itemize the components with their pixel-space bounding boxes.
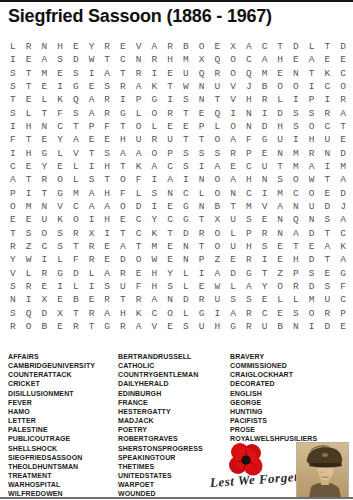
grid-cell[interactable]: E xyxy=(320,53,336,66)
grid-cell[interactable]: E xyxy=(131,266,147,279)
grid-cell[interactable]: P xyxy=(304,93,320,106)
grid-cell[interactable]: O xyxy=(209,187,225,200)
grid-cell[interactable]: V xyxy=(257,200,273,213)
grid-cell[interactable]: O xyxy=(225,120,241,133)
grid-cell[interactable]: I xyxy=(320,93,336,106)
grid-cell[interactable]: I xyxy=(194,160,210,173)
grid-cell[interactable]: L xyxy=(288,293,304,306)
grid-cell[interactable]: I xyxy=(288,133,304,146)
grid-cell[interactable]: R xyxy=(5,320,21,333)
grid-cell[interactable]: I xyxy=(84,213,100,226)
grid-cell[interactable]: I xyxy=(147,200,163,213)
grid-cell[interactable]: L xyxy=(36,93,52,106)
grid-cell[interactable]: D xyxy=(288,40,304,53)
grid-cell[interactable]: A xyxy=(225,306,241,319)
grid-cell[interactable]: E xyxy=(162,200,178,213)
grid-cell[interactable]: N xyxy=(241,107,257,120)
grid-cell[interactable]: D xyxy=(272,107,288,120)
grid-cell[interactable]: G xyxy=(68,80,84,93)
grid-cell[interactable]: P xyxy=(162,147,178,160)
grid-cell[interactable]: K xyxy=(52,213,68,226)
grid-cell[interactable]: C xyxy=(131,226,147,239)
grid-cell[interactable]: V xyxy=(5,266,21,279)
grid-cell[interactable]: I xyxy=(5,147,21,160)
grid-cell[interactable]: K xyxy=(147,80,163,93)
grid-cell[interactable]: O xyxy=(115,200,131,213)
grid-cell[interactable]: T xyxy=(84,320,100,333)
grid-cell[interactable]: O xyxy=(52,173,68,186)
grid-cell[interactable]: T xyxy=(68,306,84,319)
grid-cell[interactable]: E xyxy=(84,293,100,306)
grid-cell[interactable]: F xyxy=(115,187,131,200)
grid-cell[interactable]: M xyxy=(288,147,304,160)
grid-cell[interactable]: I xyxy=(304,80,320,93)
grid-cell[interactable]: A xyxy=(147,40,163,53)
grid-cell[interactable]: I xyxy=(5,120,21,133)
grid-cell[interactable]: A xyxy=(115,240,131,253)
grid-cell[interactable]: R xyxy=(194,226,210,239)
grid-cell[interactable]: C xyxy=(178,187,194,200)
grid-cell[interactable]: A xyxy=(335,213,351,226)
grid-cell[interactable]: H xyxy=(147,266,163,279)
grid-cell[interactable]: A xyxy=(162,173,178,186)
grid-cell[interactable]: M xyxy=(272,187,288,200)
grid-cell[interactable]: R xyxy=(162,40,178,53)
grid-cell[interactable]: P xyxy=(194,253,210,266)
grid-cell[interactable]: E xyxy=(178,120,194,133)
grid-cell[interactable]: I xyxy=(21,187,37,200)
grid-cell[interactable]: H xyxy=(162,53,178,66)
grid-cell[interactable]: S xyxy=(99,280,115,293)
grid-cell[interactable]: G xyxy=(178,213,194,226)
grid-cell[interactable]: G xyxy=(257,133,273,146)
grid-cell[interactable]: S xyxy=(304,107,320,120)
grid-cell[interactable]: S xyxy=(241,213,257,226)
grid-cell[interactable]: S xyxy=(52,226,68,239)
grid-cell[interactable]: P xyxy=(194,120,210,133)
grid-cell[interactable]: C xyxy=(5,160,21,173)
grid-cell[interactable]: A xyxy=(147,160,163,173)
grid-cell[interactable]: S xyxy=(5,107,21,120)
grid-cell[interactable]: R xyxy=(288,280,304,293)
grid-cell[interactable]: S xyxy=(288,306,304,319)
grid-cell[interactable]: H xyxy=(209,320,225,333)
grid-cell[interactable]: X xyxy=(84,226,100,239)
grid-cell[interactable]: L xyxy=(52,147,68,160)
grid-cell[interactable]: O xyxy=(162,306,178,319)
grid-cell[interactable]: A xyxy=(288,226,304,239)
grid-cell[interactable]: W xyxy=(209,280,225,293)
grid-cell[interactable]: Z xyxy=(209,253,225,266)
grid-cell[interactable]: T xyxy=(115,160,131,173)
grid-cell[interactable]: K xyxy=(131,306,147,319)
grid-cell[interactable]: T xyxy=(288,240,304,253)
grid-cell[interactable]: D xyxy=(178,293,194,306)
grid-cell[interactable]: O xyxy=(225,67,241,80)
grid-cell[interactable]: O xyxy=(209,226,225,239)
grid-cell[interactable]: R xyxy=(147,133,163,146)
grid-cell[interactable]: N xyxy=(5,293,21,306)
grid-cell[interactable]: L xyxy=(21,107,37,120)
grid-cell[interactable]: C xyxy=(335,226,351,239)
grid-cell[interactable]: H xyxy=(272,53,288,66)
grid-cell[interactable]: S xyxy=(178,160,194,173)
grid-cell[interactable]: A xyxy=(335,253,351,266)
grid-cell[interactable]: L xyxy=(272,293,288,306)
grid-cell[interactable]: M xyxy=(241,200,257,213)
grid-cell[interactable]: T xyxy=(5,226,21,239)
grid-cell[interactable]: O xyxy=(209,133,225,146)
grid-cell[interactable]: Y xyxy=(36,160,52,173)
grid-cell[interactable]: L xyxy=(147,120,163,133)
grid-cell[interactable]: O xyxy=(5,200,21,213)
grid-cell[interactable]: T xyxy=(225,200,241,213)
grid-cell[interactable]: E xyxy=(320,266,336,279)
grid-cell[interactable]: S xyxy=(178,147,194,160)
grid-cell[interactable]: A xyxy=(36,53,52,66)
grid-cell[interactable]: A xyxy=(209,266,225,279)
grid-cell[interactable]: T xyxy=(162,80,178,93)
grid-cell[interactable]: A xyxy=(131,80,147,93)
grid-cell[interactable]: D xyxy=(257,120,273,133)
grid-cell[interactable]: E xyxy=(115,40,131,53)
grid-cell[interactable]: K xyxy=(131,160,147,173)
grid-cell[interactable]: T xyxy=(131,240,147,253)
grid-cell[interactable]: E xyxy=(99,133,115,146)
grid-cell[interactable]: R xyxy=(21,280,37,293)
grid-cell[interactable]: D xyxy=(131,200,147,213)
grid-cell[interactable]: E xyxy=(257,293,273,306)
grid-cell[interactable]: A xyxy=(84,200,100,213)
grid-cell[interactable]: W xyxy=(84,53,100,66)
grid-cell[interactable]: C xyxy=(36,240,52,253)
grid-cell[interactable]: E xyxy=(257,147,273,160)
grid-cell[interactable]: S xyxy=(162,280,178,293)
grid-cell[interactable]: U xyxy=(304,200,320,213)
grid-cell[interactable]: I xyxy=(147,67,163,80)
grid-cell[interactable]: E xyxy=(162,320,178,333)
grid-cell[interactable]: R xyxy=(241,320,257,333)
grid-cell[interactable]: S xyxy=(194,147,210,160)
grid-cell[interactable]: A xyxy=(99,306,115,319)
grid-cell[interactable]: E xyxy=(99,253,115,266)
grid-cell[interactable]: R xyxy=(115,320,131,333)
grid-cell[interactable]: E xyxy=(320,187,336,200)
grid-cell[interactable]: A xyxy=(5,173,21,186)
grid-cell[interactable]: R xyxy=(147,53,163,66)
grid-cell[interactable]: S xyxy=(5,80,21,93)
grid-cell[interactable]: E xyxy=(272,240,288,253)
grid-cell[interactable]: S xyxy=(241,293,257,306)
grid-cell[interactable]: C xyxy=(131,213,147,226)
grid-cell[interactable]: A xyxy=(257,53,273,66)
grid-cell[interactable]: E xyxy=(335,133,351,146)
grid-cell[interactable]: T xyxy=(36,187,52,200)
grid-cell[interactable]: V xyxy=(225,80,241,93)
grid-cell[interactable]: A xyxy=(225,173,241,186)
grid-cell[interactable]: B xyxy=(209,200,225,213)
grid-cell[interactable]: G xyxy=(99,320,115,333)
grid-cell[interactable]: I xyxy=(99,226,115,239)
grid-cell[interactable]: N xyxy=(288,200,304,213)
grid-cell[interactable]: J xyxy=(241,80,257,93)
grid-cell[interactable]: O xyxy=(36,226,52,239)
grid-cell[interactable]: T xyxy=(21,67,37,80)
grid-cell[interactable]: A xyxy=(99,67,115,80)
grid-cell[interactable]: T xyxy=(5,93,21,106)
grid-cell[interactable]: R xyxy=(241,253,257,266)
grid-cell[interactable]: D xyxy=(320,200,336,213)
grid-cell[interactable]: E xyxy=(162,120,178,133)
grid-cell[interactable]: T xyxy=(115,226,131,239)
grid-cell[interactable]: Z xyxy=(272,266,288,279)
grid-cell[interactable]: S xyxy=(320,280,336,293)
grid-cell[interactable]: O xyxy=(131,253,147,266)
grid-cell[interactable]: I xyxy=(36,253,52,266)
grid-cell[interactable]: A xyxy=(84,107,100,120)
grid-cell[interactable]: K xyxy=(335,240,351,253)
grid-cell[interactable]: N xyxy=(288,320,304,333)
grid-cell[interactable]: T xyxy=(272,160,288,173)
grid-cell[interactable]: F xyxy=(131,173,147,186)
grid-cell[interactable]: T xyxy=(304,67,320,80)
grid-cell[interactable]: E xyxy=(99,240,115,253)
grid-cell[interactable]: H xyxy=(52,40,68,53)
grid-cell[interactable]: R xyxy=(36,266,52,279)
grid-cell[interactable]: E xyxy=(52,293,68,306)
grid-cell[interactable]: E xyxy=(162,67,178,80)
grid-cell[interactable]: S xyxy=(288,107,304,120)
grid-cell[interactable]: L xyxy=(178,306,194,319)
grid-cell[interactable]: A xyxy=(68,133,84,146)
grid-cell[interactable]: L xyxy=(5,40,21,53)
grid-cell[interactable]: W xyxy=(147,253,163,266)
grid-cell[interactable]: R xyxy=(99,93,115,106)
grid-cell[interactable]: R xyxy=(257,93,273,106)
grid-cell[interactable]: H xyxy=(99,187,115,200)
grid-cell[interactable]: E xyxy=(209,40,225,53)
grid-cell[interactable]: E xyxy=(335,320,351,333)
grid-cell[interactable]: B xyxy=(36,320,52,333)
grid-cell[interactable]: A xyxy=(320,240,336,253)
grid-cell[interactable]: A xyxy=(335,107,351,120)
grid-cell[interactable]: L xyxy=(304,40,320,53)
grid-cell[interactable]: N xyxy=(162,293,178,306)
grid-cell[interactable]: E xyxy=(162,240,178,253)
grid-cell[interactable]: V xyxy=(52,200,68,213)
grid-cell[interactable]: I xyxy=(5,53,21,66)
grid-cell[interactable]: C xyxy=(162,213,178,226)
grid-cell[interactable]: R xyxy=(320,306,336,319)
grid-cell[interactable]: D xyxy=(335,40,351,53)
grid-cell[interactable]: D xyxy=(68,266,84,279)
grid-cell[interactable]: T xyxy=(320,40,336,53)
grid-cell[interactable]: W xyxy=(304,173,320,186)
grid-cell[interactable]: S xyxy=(99,80,115,93)
grid-cell[interactable]: T xyxy=(335,120,351,133)
grid-cell[interactable]: U xyxy=(225,240,241,253)
grid-cell[interactable]: S xyxy=(5,306,21,319)
grid-cell[interactable]: N xyxy=(178,240,194,253)
grid-cell[interactable]: X xyxy=(36,293,52,306)
grid-cell[interactable]: P xyxy=(131,93,147,106)
grid-cell[interactable]: I xyxy=(52,280,68,293)
grid-cell[interactable]: N xyxy=(131,53,147,66)
grid-cell[interactable]: A xyxy=(115,147,131,160)
grid-cell[interactable]: V xyxy=(131,40,147,53)
grid-cell[interactable]: Y xyxy=(162,266,178,279)
grid-cell[interactable]: N xyxy=(241,120,257,133)
grid-cell[interactable]: N xyxy=(288,67,304,80)
grid-cell[interactable]: L xyxy=(131,107,147,120)
grid-cell[interactable]: O xyxy=(304,306,320,319)
grid-cell[interactable]: N xyxy=(225,187,241,200)
grid-cell[interactable]: F xyxy=(335,280,351,293)
grid-cell[interactable]: T xyxy=(115,293,131,306)
grid-cell[interactable]: C xyxy=(320,120,336,133)
grid-cell[interactable]: L xyxy=(225,226,241,239)
grid-cell[interactable]: E xyxy=(225,253,241,266)
grid-cell[interactable]: D xyxy=(304,226,320,239)
grid-cell[interactable]: U xyxy=(194,320,210,333)
grid-cell[interactable]: E xyxy=(52,67,68,80)
grid-cell[interactable]: R xyxy=(68,320,84,333)
grid-cell[interactable]: R xyxy=(335,93,351,106)
grid-cell[interactable]: R xyxy=(304,147,320,160)
grid-cell[interactable]: R xyxy=(194,293,210,306)
grid-cell[interactable]: O xyxy=(131,120,147,133)
grid-cell[interactable]: R xyxy=(84,240,100,253)
grid-cell[interactable]: Y xyxy=(257,280,273,293)
grid-cell[interactable]: I xyxy=(84,160,100,173)
grid-cell[interactable]: T xyxy=(320,226,336,239)
grid-cell[interactable]: N xyxy=(178,253,194,266)
grid-cell[interactable]: E xyxy=(288,53,304,66)
grid-cell[interactable]: M xyxy=(21,200,37,213)
grid-cell[interactable]: M xyxy=(288,160,304,173)
grid-cell[interactable]: K xyxy=(320,67,336,80)
grid-cell[interactable]: T xyxy=(115,67,131,80)
grid-cell[interactable]: G xyxy=(335,266,351,279)
grid-cell[interactable]: O xyxy=(288,173,304,186)
grid-cell[interactable]: R xyxy=(68,226,84,239)
grid-cell[interactable]: S xyxy=(68,67,84,80)
grid-cell[interactable]: Q xyxy=(194,67,210,80)
grid-cell[interactable]: A xyxy=(304,53,320,66)
grid-cell[interactable]: X xyxy=(225,40,241,53)
grid-cell[interactable]: X xyxy=(194,53,210,66)
grid-cell[interactable]: U xyxy=(36,213,52,226)
grid-cell[interactable]: A xyxy=(131,320,147,333)
grid-cell[interactable]: T xyxy=(194,133,210,146)
grid-cell[interactable]: O xyxy=(147,147,163,160)
grid-cell[interactable]: U xyxy=(209,293,225,306)
grid-cell[interactable]: F xyxy=(52,107,68,120)
grid-cell[interactable]: U xyxy=(320,133,336,146)
grid-cell[interactable]: E xyxy=(257,213,273,226)
grid-cell[interactable]: T xyxy=(68,240,84,253)
grid-cell[interactable]: A xyxy=(272,200,288,213)
grid-cell[interactable]: P xyxy=(241,147,257,160)
grid-cell[interactable]: H xyxy=(99,213,115,226)
grid-cell[interactable]: I xyxy=(304,320,320,333)
grid-cell[interactable]: R xyxy=(99,107,115,120)
grid-cell[interactable]: D xyxy=(304,280,320,293)
grid-cell[interactable]: B xyxy=(257,80,273,93)
grid-cell[interactable]: A xyxy=(131,147,147,160)
grid-cell[interactable]: D xyxy=(115,253,131,266)
grid-cell[interactable]: E xyxy=(335,53,351,66)
grid-cell[interactable]: M xyxy=(36,67,52,80)
grid-cell[interactable]: F xyxy=(5,133,21,146)
grid-cell[interactable]: T xyxy=(272,40,288,53)
grid-cell[interactable]: H xyxy=(241,240,257,253)
grid-cell[interactable]: A xyxy=(241,40,257,53)
grid-cell[interactable]: E xyxy=(21,93,37,106)
grid-cell[interactable]: O xyxy=(335,80,351,93)
grid-cell[interactable]: N xyxy=(194,80,210,93)
grid-cell[interactable]: G xyxy=(115,107,131,120)
grid-cell[interactable]: L xyxy=(68,280,84,293)
grid-cell[interactable]: G xyxy=(178,200,194,213)
grid-cell[interactable]: R xyxy=(131,67,147,80)
grid-cell[interactable]: C xyxy=(257,306,273,319)
grid-cell[interactable]: T xyxy=(115,120,131,133)
grid-cell[interactable]: R xyxy=(21,40,37,53)
grid-cell[interactable]: S xyxy=(320,213,336,226)
grid-cell[interactable]: P xyxy=(5,187,21,200)
grid-cell[interactable]: T xyxy=(36,107,52,120)
grid-cell[interactable]: H xyxy=(115,133,131,146)
grid-cell[interactable]: O xyxy=(225,53,241,66)
grid-cell[interactable]: R xyxy=(320,107,336,120)
grid-cell[interactable]: R xyxy=(84,253,100,266)
grid-cell[interactable]: T xyxy=(21,80,37,93)
grid-cell[interactable]: R xyxy=(225,147,241,160)
grid-cell[interactable]: T xyxy=(21,173,37,186)
grid-cell[interactable]: P xyxy=(288,266,304,279)
grid-cell[interactable]: I xyxy=(194,266,210,279)
grid-cell[interactable]: A xyxy=(84,93,100,106)
grid-cell[interactable]: I xyxy=(162,93,178,106)
grid-cell[interactable]: C xyxy=(335,67,351,80)
grid-cell[interactable]: C xyxy=(320,80,336,93)
grid-cell[interactable]: L xyxy=(68,160,84,173)
grid-cell[interactable]: S xyxy=(178,93,194,106)
grid-cell[interactable]: C xyxy=(115,53,131,66)
grid-cell[interactable]: E xyxy=(225,160,241,173)
grid-cell[interactable]: I xyxy=(115,93,131,106)
grid-cell[interactable]: A xyxy=(99,200,115,213)
grid-cell[interactable]: I xyxy=(84,280,100,293)
grid-cell[interactable]: N xyxy=(257,173,273,186)
grid-cell[interactable]: E xyxy=(272,253,288,266)
grid-cell[interactable]: S xyxy=(178,320,194,333)
grid-cell[interactable]: R xyxy=(131,293,147,306)
grid-cell[interactable]: A xyxy=(335,173,351,186)
grid-cell[interactable]: U xyxy=(162,133,178,146)
grid-cell[interactable]: S xyxy=(225,293,241,306)
grid-cell[interactable]: L xyxy=(131,187,147,200)
grid-cell[interactable]: S xyxy=(99,147,115,160)
grid-cell[interactable]: R xyxy=(162,107,178,120)
grid-cell[interactable]: K xyxy=(52,93,68,106)
grid-cell[interactable]: D xyxy=(320,320,336,333)
grid-cell[interactable]: S xyxy=(147,187,163,200)
grid-cell[interactable]: L xyxy=(52,253,68,266)
grid-cell[interactable]: R xyxy=(115,80,131,93)
grid-cell[interactable]: F xyxy=(99,120,115,133)
